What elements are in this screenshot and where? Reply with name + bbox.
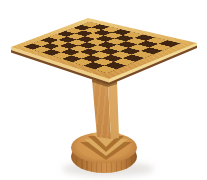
tabletop-wood-border (11, 18, 197, 79)
photo-background (0, 0, 207, 180)
tabletop (11, 18, 197, 79)
checkerboard (24, 22, 180, 73)
